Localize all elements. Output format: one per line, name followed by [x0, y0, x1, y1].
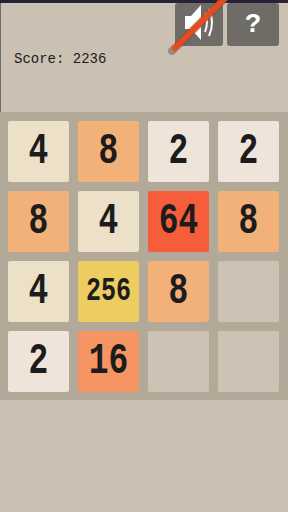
- tile-value: 64: [159, 200, 199, 244]
- tile-value: 2: [169, 130, 189, 174]
- empty-cell: [148, 331, 209, 392]
- muted-speaker-icon: [169, 0, 229, 53]
- tile-value: 8: [29, 200, 49, 244]
- tile-2: 2: [8, 331, 69, 392]
- tile-value: 4: [29, 270, 49, 314]
- tile-2: 2: [148, 121, 209, 182]
- tile-value: 8: [239, 200, 259, 244]
- empty-cell: [218, 261, 279, 322]
- tile-4: 4: [8, 261, 69, 322]
- mute-button[interactable]: [175, 3, 223, 46]
- tile-8: 8: [78, 121, 139, 182]
- tile-value: 2: [239, 130, 259, 174]
- score-text: Score: 2236: [14, 49, 140, 69]
- tile-value: 2: [29, 340, 49, 384]
- app-screen: { "game": "2048", "position": "4 8 2 2 /…: [0, 0, 288, 512]
- help-button[interactable]: ?: [227, 3, 279, 46]
- tile-4: 4: [78, 191, 139, 252]
- tile-value: 8: [99, 130, 119, 174]
- tile-8: 8: [8, 191, 69, 252]
- tile-value: 8: [169, 270, 189, 314]
- tile-value: 256: [86, 275, 131, 308]
- tile-8: 8: [218, 191, 279, 252]
- help-button-label: ?: [245, 10, 261, 40]
- game-board[interactable]: 48228464842568216: [0, 112, 288, 400]
- tile-value: 4: [29, 130, 49, 174]
- window-left-border: [0, 0, 1, 112]
- tile-256: 256: [78, 261, 139, 322]
- tile-64: 64: [148, 191, 209, 252]
- empty-cell: [218, 331, 279, 392]
- tile-8: 8: [148, 261, 209, 322]
- tile-2: 2: [218, 121, 279, 182]
- tile-value: 16: [89, 340, 129, 384]
- tile-4: 4: [8, 121, 69, 182]
- tile-value: 4: [99, 200, 119, 244]
- tile-16: 16: [78, 331, 139, 392]
